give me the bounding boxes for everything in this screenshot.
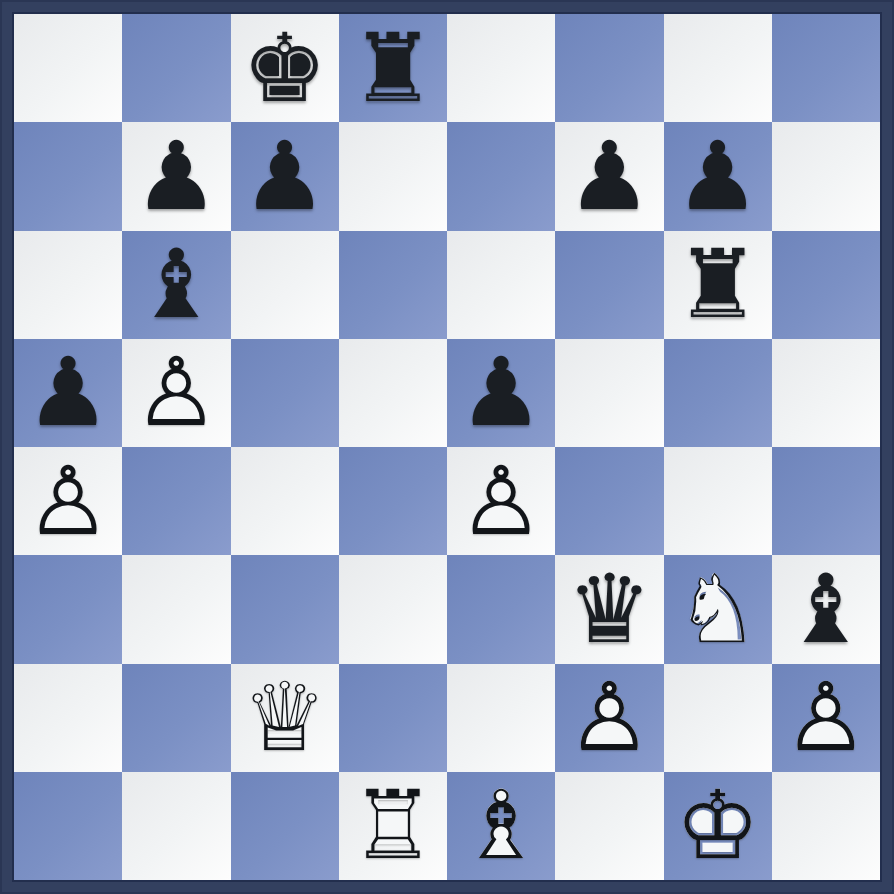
square-d5[interactable] — [339, 339, 447, 447]
square-b1[interactable] — [122, 772, 230, 880]
square-f3[interactable]: ♛ — [555, 555, 663, 663]
square-g4[interactable] — [664, 447, 772, 555]
square-a5[interactable]: ♟ — [14, 339, 122, 447]
piece-black-bishop: ♝ — [772, 555, 880, 663]
square-h3[interactable]: ♝ — [772, 555, 880, 663]
piece-black-king: ♚ — [231, 14, 339, 122]
piece-black-pawn: ♟ — [122, 122, 230, 230]
piece-black-pawn: ♟ — [664, 122, 772, 230]
square-c1[interactable] — [231, 772, 339, 880]
square-e7[interactable] — [447, 122, 555, 230]
piece-black-pawn: ♟ — [447, 339, 555, 447]
white-pawn-fill: ♟ — [555, 664, 663, 772]
square-h5[interactable] — [772, 339, 880, 447]
white-pawn-fill: ♟ — [122, 339, 230, 447]
square-a3[interactable] — [14, 555, 122, 663]
square-h2[interactable]: ♟♙ — [772, 664, 880, 772]
square-c5[interactable] — [231, 339, 339, 447]
square-b3[interactable] — [122, 555, 230, 663]
square-a4[interactable]: ♟♙ — [14, 447, 122, 555]
square-d6[interactable] — [339, 231, 447, 339]
piece-black-queen: ♛ — [555, 555, 663, 663]
square-e5[interactable]: ♟ — [447, 339, 555, 447]
square-c8[interactable]: ♚ — [231, 14, 339, 122]
piece-black-pawn: ♟ — [231, 122, 339, 230]
piece-black-rook: ♜ — [339, 14, 447, 122]
square-b8[interactable] — [122, 14, 230, 122]
square-b2[interactable] — [122, 664, 230, 772]
square-h4[interactable] — [772, 447, 880, 555]
square-g6[interactable]: ♜ — [664, 231, 772, 339]
white-pawn-fill: ♟ — [447, 447, 555, 555]
square-a8[interactable] — [14, 14, 122, 122]
square-h1[interactable] — [772, 772, 880, 880]
square-f7[interactable]: ♟ — [555, 122, 663, 230]
square-g5[interactable] — [664, 339, 772, 447]
piece-white-pawn: ♙ — [555, 664, 663, 772]
square-g8[interactable] — [664, 14, 772, 122]
square-c6[interactable] — [231, 231, 339, 339]
piece-black-rook: ♜ — [664, 231, 772, 339]
square-e2[interactable] — [447, 664, 555, 772]
square-b6[interactable]: ♝ — [122, 231, 230, 339]
square-h7[interactable] — [772, 122, 880, 230]
white-knight-fill: ♞ — [664, 555, 772, 663]
piece-white-pawn: ♙ — [772, 664, 880, 772]
square-e1[interactable]: ♝♗ — [447, 772, 555, 880]
square-f1[interactable] — [555, 772, 663, 880]
square-g7[interactable]: ♟ — [664, 122, 772, 230]
chess-board: ♚♜♟♟♟♟♝♜♟♟♙♟♟♙♟♙♛♞♘♝♛♕♟♙♟♙♜♖♝♗♚♔ — [14, 14, 880, 880]
piece-white-bishop: ♗ — [447, 772, 555, 880]
white-rook-fill: ♜ — [339, 772, 447, 880]
square-c3[interactable] — [231, 555, 339, 663]
white-queen-fill: ♛ — [231, 664, 339, 772]
square-c7[interactable]: ♟ — [231, 122, 339, 230]
white-bishop-fill: ♝ — [447, 772, 555, 880]
square-f2[interactable]: ♟♙ — [555, 664, 663, 772]
white-king-fill: ♚ — [664, 772, 772, 880]
square-a7[interactable] — [14, 122, 122, 230]
square-a2[interactable] — [14, 664, 122, 772]
square-d8[interactable]: ♜ — [339, 14, 447, 122]
piece-black-pawn: ♟ — [14, 339, 122, 447]
square-d7[interactable] — [339, 122, 447, 230]
square-b7[interactable]: ♟ — [122, 122, 230, 230]
white-pawn-fill: ♟ — [14, 447, 122, 555]
piece-white-pawn: ♙ — [14, 447, 122, 555]
square-d1[interactable]: ♜♖ — [339, 772, 447, 880]
square-f6[interactable] — [555, 231, 663, 339]
square-f8[interactable] — [555, 14, 663, 122]
square-a6[interactable] — [14, 231, 122, 339]
square-d2[interactable] — [339, 664, 447, 772]
square-b5[interactable]: ♟♙ — [122, 339, 230, 447]
square-g2[interactable] — [664, 664, 772, 772]
square-h6[interactable] — [772, 231, 880, 339]
square-d4[interactable] — [339, 447, 447, 555]
square-e6[interactable] — [447, 231, 555, 339]
piece-white-pawn: ♙ — [122, 339, 230, 447]
piece-white-queen: ♕ — [231, 664, 339, 772]
square-g3[interactable]: ♞♘ — [664, 555, 772, 663]
square-f5[interactable] — [555, 339, 663, 447]
white-pawn-fill: ♟ — [772, 664, 880, 772]
square-h8[interactable] — [772, 14, 880, 122]
piece-white-rook: ♖ — [339, 772, 447, 880]
square-e4[interactable]: ♟♙ — [447, 447, 555, 555]
piece-black-pawn: ♟ — [555, 122, 663, 230]
board-frame: ♚♜♟♟♟♟♝♜♟♟♙♟♟♙♟♙♛♞♘♝♛♕♟♙♟♙♜♖♝♗♚♔ — [0, 0, 894, 894]
square-f4[interactable] — [555, 447, 663, 555]
square-d3[interactable] — [339, 555, 447, 663]
square-e3[interactable] — [447, 555, 555, 663]
square-b4[interactable] — [122, 447, 230, 555]
square-c4[interactable] — [231, 447, 339, 555]
piece-white-knight: ♘ — [664, 555, 772, 663]
square-c2[interactable]: ♛♕ — [231, 664, 339, 772]
square-e8[interactable] — [447, 14, 555, 122]
square-g1[interactable]: ♚♔ — [664, 772, 772, 880]
piece-white-king: ♔ — [664, 772, 772, 880]
square-a1[interactable] — [14, 772, 122, 880]
piece-black-bishop: ♝ — [122, 231, 230, 339]
piece-white-pawn: ♙ — [447, 447, 555, 555]
